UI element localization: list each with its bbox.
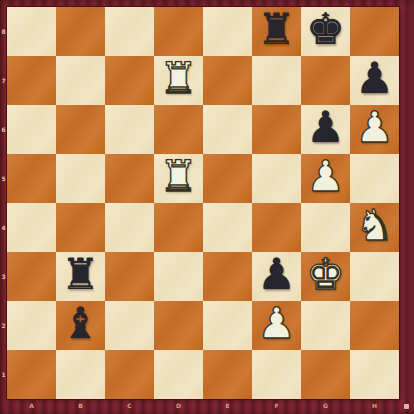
square-b4[interactable] xyxy=(56,203,105,252)
rank-labels: 87654321 xyxy=(0,7,7,399)
board-frame: 87654321 ♜♚♜♟♟♟♜♟♞♜♟♚♝♟ ABCDEFGH xyxy=(0,0,414,414)
rank-label-4: 4 xyxy=(0,203,7,252)
square-c7[interactable] xyxy=(105,56,154,105)
file-labels: ABCDEFGH xyxy=(7,399,399,414)
square-g7[interactable] xyxy=(301,56,350,105)
square-b1[interactable] xyxy=(56,350,105,399)
square-f8[interactable]: ♜ xyxy=(252,7,301,56)
black-pawn[interactable]: ♟ xyxy=(306,103,345,152)
square-b5[interactable] xyxy=(56,154,105,203)
square-f1[interactable] xyxy=(252,350,301,399)
rank-label-8: 8 xyxy=(0,7,7,56)
square-e5[interactable] xyxy=(203,154,252,203)
black-pawn[interactable]: ♟ xyxy=(355,54,394,103)
board: ♜♚♜♟♟♟♜♟♞♜♟♚♝♟ xyxy=(7,7,399,399)
rank-label-3: 3 xyxy=(0,252,7,301)
square-d3[interactable] xyxy=(154,252,203,301)
file-label-g: G xyxy=(301,399,350,414)
rank-label-5: 5 xyxy=(0,154,7,203)
square-c8[interactable] xyxy=(105,7,154,56)
square-h3[interactable] xyxy=(350,252,399,301)
rank-label-1: 1 xyxy=(0,350,7,399)
square-g3[interactable]: ♚ xyxy=(301,252,350,301)
square-g6[interactable]: ♟ xyxy=(301,105,350,154)
square-d4[interactable] xyxy=(154,203,203,252)
square-g1[interactable] xyxy=(301,350,350,399)
square-a7[interactable] xyxy=(7,56,56,105)
corner-mark xyxy=(404,404,409,409)
white-pawn[interactable]: ♟ xyxy=(257,299,296,348)
square-a4[interactable] xyxy=(7,203,56,252)
white-king[interactable]: ♚ xyxy=(306,250,345,299)
square-b6[interactable] xyxy=(56,105,105,154)
square-c3[interactable] xyxy=(105,252,154,301)
square-f7[interactable] xyxy=(252,56,301,105)
square-e2[interactable] xyxy=(203,301,252,350)
file-label-f: F xyxy=(252,399,301,414)
square-c1[interactable] xyxy=(105,350,154,399)
square-e4[interactable] xyxy=(203,203,252,252)
square-h2[interactable] xyxy=(350,301,399,350)
square-g2[interactable] xyxy=(301,301,350,350)
rank-label-6: 6 xyxy=(0,105,7,154)
square-e8[interactable] xyxy=(203,7,252,56)
square-e6[interactable] xyxy=(203,105,252,154)
square-a3[interactable] xyxy=(7,252,56,301)
square-b8[interactable] xyxy=(56,7,105,56)
square-d8[interactable] xyxy=(154,7,203,56)
square-h8[interactable] xyxy=(350,7,399,56)
square-a8[interactable] xyxy=(7,7,56,56)
square-d2[interactable] xyxy=(154,301,203,350)
rank-label-7: 7 xyxy=(0,56,7,105)
square-c6[interactable] xyxy=(105,105,154,154)
file-label-d: D xyxy=(154,399,203,414)
file-label-b: B xyxy=(56,399,105,414)
square-f5[interactable] xyxy=(252,154,301,203)
square-b2[interactable]: ♝ xyxy=(56,301,105,350)
rank-label-2: 2 xyxy=(0,301,7,350)
square-c4[interactable] xyxy=(105,203,154,252)
square-f2[interactable]: ♟ xyxy=(252,301,301,350)
square-e1[interactable] xyxy=(203,350,252,399)
white-pawn[interactable]: ♟ xyxy=(355,103,394,152)
black-king[interactable]: ♚ xyxy=(306,5,345,54)
square-f4[interactable] xyxy=(252,203,301,252)
square-b3[interactable]: ♜ xyxy=(56,252,105,301)
square-g8[interactable]: ♚ xyxy=(301,7,350,56)
black-rook[interactable]: ♜ xyxy=(257,5,296,54)
square-c2[interactable] xyxy=(105,301,154,350)
square-g5[interactable]: ♟ xyxy=(301,154,350,203)
square-d1[interactable] xyxy=(154,350,203,399)
white-rook[interactable]: ♜ xyxy=(159,54,198,103)
file-label-a: A xyxy=(7,399,56,414)
square-a5[interactable] xyxy=(7,154,56,203)
square-h6[interactable]: ♟ xyxy=(350,105,399,154)
square-e7[interactable] xyxy=(203,56,252,105)
white-rook[interactable]: ♜ xyxy=(159,152,198,201)
square-h4[interactable]: ♞ xyxy=(350,203,399,252)
square-f6[interactable] xyxy=(252,105,301,154)
square-a2[interactable] xyxy=(7,301,56,350)
white-knight[interactable]: ♞ xyxy=(355,201,394,250)
square-e3[interactable] xyxy=(203,252,252,301)
white-pawn[interactable]: ♟ xyxy=(306,152,345,201)
square-h5[interactable] xyxy=(350,154,399,203)
square-g4[interactable] xyxy=(301,203,350,252)
black-pawn[interactable]: ♟ xyxy=(257,250,296,299)
square-c5[interactable] xyxy=(105,154,154,203)
file-label-c: C xyxy=(105,399,154,414)
black-bishop[interactable]: ♝ xyxy=(61,299,100,348)
file-label-e: E xyxy=(203,399,252,414)
square-d6[interactable] xyxy=(154,105,203,154)
square-a1[interactable] xyxy=(7,350,56,399)
square-d5[interactable]: ♜ xyxy=(154,154,203,203)
square-d7[interactable]: ♜ xyxy=(154,56,203,105)
file-label-h: H xyxy=(350,399,399,414)
square-a6[interactable] xyxy=(7,105,56,154)
square-b7[interactable] xyxy=(56,56,105,105)
square-h1[interactable] xyxy=(350,350,399,399)
black-rook[interactable]: ♜ xyxy=(61,250,100,299)
square-h7[interactable]: ♟ xyxy=(350,56,399,105)
square-f3[interactable]: ♟ xyxy=(252,252,301,301)
